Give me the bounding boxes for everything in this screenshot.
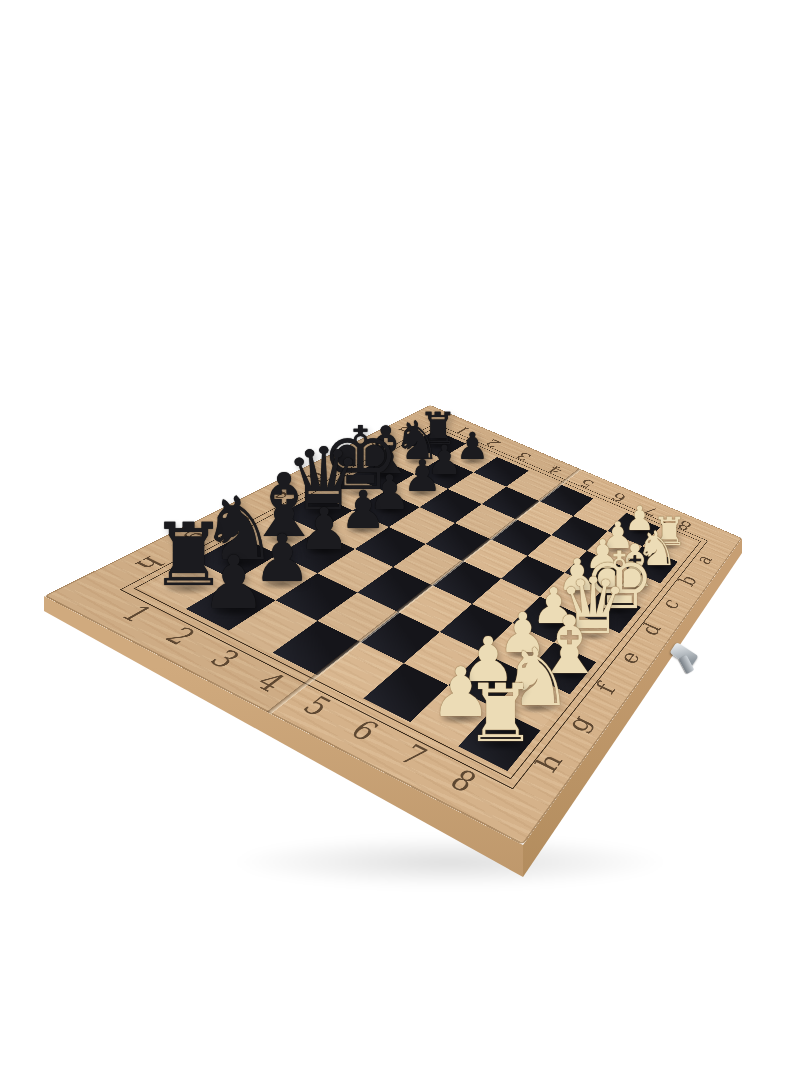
rank-label: 5 bbox=[577, 477, 597, 490]
file-label: h bbox=[532, 750, 568, 777]
file-label: d bbox=[637, 620, 664, 638]
file-label: g bbox=[563, 712, 596, 736]
file-label: e bbox=[615, 648, 644, 667]
product-photo: hh11gg22ff33ee44dd55cc66bb77aa88 ♜♞♝♚♛♝♞… bbox=[0, 0, 800, 1091]
rank-label: 6 bbox=[345, 716, 384, 745]
rank-label: 7 bbox=[642, 504, 661, 517]
file-label: a bbox=[693, 553, 716, 567]
rank-label: 7 bbox=[394, 741, 432, 772]
file-label: f bbox=[592, 680, 620, 697]
file-label: c bbox=[658, 596, 683, 612]
rank-label: 8 bbox=[444, 766, 481, 798]
board-grid bbox=[144, 430, 694, 771]
rank-label: 6 bbox=[609, 491, 629, 504]
rank-label: 8 bbox=[675, 518, 694, 532]
floor-shadow bbox=[230, 836, 670, 888]
file-label: b bbox=[676, 573, 701, 589]
rank-label: 5 bbox=[296, 692, 336, 720]
